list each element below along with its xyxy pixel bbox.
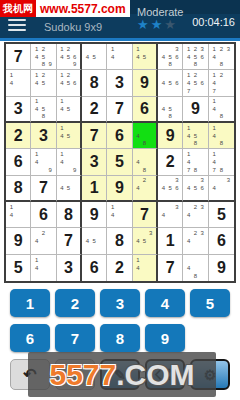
cell-r6c9[interactable]: 34 xyxy=(209,176,234,202)
cell-value: 7 xyxy=(140,207,149,223)
pencil-marks: 458 xyxy=(158,97,182,121)
cell-r6c7[interactable]: 3456 xyxy=(158,176,183,202)
cell-value: 7 xyxy=(115,101,124,117)
cell-value: 6 xyxy=(39,207,48,223)
numpad-button-9[interactable]: 9 xyxy=(145,324,185,352)
cell-r8c3[interactable]: 7 xyxy=(57,228,82,254)
cell-value: 2 xyxy=(166,154,175,170)
star-icon: ★ xyxy=(164,17,178,32)
cell-value: 9 xyxy=(115,180,124,196)
cell-r6c1[interactable]: 8 xyxy=(6,176,31,202)
cell-r7c3[interactable]: 8 xyxy=(57,202,82,228)
cell-value: 2 xyxy=(115,260,124,276)
pencil-marks: 3456 xyxy=(183,176,207,200)
sudoku-board: 7124589124569451414534568123456812348141… xyxy=(4,42,236,283)
cell-value: 9 xyxy=(90,207,99,223)
numpad-button-3[interactable]: 3 xyxy=(100,289,140,317)
pencil-marks: 234 xyxy=(183,202,207,227)
cell-r4c5[interactable]: 6 xyxy=(107,123,132,149)
pencil-marks: 1234568 xyxy=(183,44,207,69)
cell-value: 7 xyxy=(90,128,99,144)
cell-r1c4[interactable]: 45 xyxy=(82,44,107,70)
cell-value: 9 xyxy=(191,101,200,117)
cell-r8c8[interactable]: 234 xyxy=(183,228,208,254)
pencil-marks: 45 xyxy=(57,176,80,200)
cell-r8c2[interactable]: 24 xyxy=(31,228,56,254)
cell-value: 6 xyxy=(14,154,23,170)
watermark-url: www.5577.com xyxy=(36,0,130,17)
cell-r3c9[interactable]: 148 xyxy=(209,97,234,123)
pencil-marks: 48 xyxy=(183,255,207,281)
cell-r6c4[interactable]: 1 xyxy=(82,176,107,202)
cell-r5c9[interactable]: 1478 xyxy=(209,149,234,175)
cell-value: 8 xyxy=(90,75,99,91)
numpad-row-2: 6789 xyxy=(0,324,240,352)
cell-r3c5[interactable]: 7 xyxy=(107,97,132,123)
cell-value: 7 xyxy=(64,233,73,249)
cell-r9c5[interactable]: 2 xyxy=(107,255,132,281)
cell-r4c7[interactable]: 9 xyxy=(158,123,183,149)
numpad-row-1: 12345 xyxy=(0,289,240,317)
pencil-marks: 34568 xyxy=(158,44,182,69)
pencil-marks: 149 xyxy=(57,149,80,174)
cell-r1c2[interactable]: 124589 xyxy=(31,44,56,70)
numpad-button-2[interactable]: 2 xyxy=(55,289,95,317)
cell-r9c9[interactable]: 9 xyxy=(209,255,234,281)
pencil-marks: 48 xyxy=(133,123,156,148)
pencil-marks: 124569 xyxy=(57,44,80,69)
cell-value: 3 xyxy=(90,154,99,170)
cell-r3c1[interactable]: 3 xyxy=(6,97,31,123)
pencil-marks: 145 xyxy=(57,123,80,148)
cell-value: 1 xyxy=(90,180,99,196)
cell-r9c1[interactable]: 5 xyxy=(6,255,31,281)
star-icon: ★ xyxy=(137,17,151,32)
pencil-marks: 24 xyxy=(133,176,156,200)
pencil-marks: 1478 xyxy=(209,149,234,174)
cell-value: 6 xyxy=(90,260,99,276)
cell-r7c8[interactable]: 234 xyxy=(183,202,208,228)
cell-r5c7[interactable]: 2 xyxy=(158,149,183,175)
numpad-button-6[interactable]: 6 xyxy=(10,324,50,352)
pencil-marks: 148 xyxy=(209,97,234,121)
cell-r9c8[interactable]: 48 xyxy=(183,255,208,281)
cell-r2c2[interactable]: 1245 xyxy=(31,70,56,96)
cell-r5c2[interactable]: 149 xyxy=(31,149,56,175)
watermark-top: 我机网 www.5577.com xyxy=(0,0,130,17)
cell-r8c7[interactable]: 1 xyxy=(158,228,183,254)
cell-value: 6 xyxy=(115,128,124,144)
pencil-marks: 24 xyxy=(31,228,55,253)
cell-value: 9 xyxy=(140,75,149,91)
cell-r1c1[interactable]: 7 xyxy=(6,44,31,70)
cell-r1c7[interactable]: 34568 xyxy=(158,44,183,70)
numpad-button-4[interactable]: 4 xyxy=(145,289,185,317)
pencil-marks: 14 xyxy=(107,44,131,69)
pencil-marks: 14 xyxy=(107,202,131,227)
cell-value: 6 xyxy=(217,233,226,249)
cell-r3c4[interactable]: 2 xyxy=(82,97,107,123)
cell-r2c5[interactable]: 3 xyxy=(107,70,132,96)
accent-line xyxy=(0,38,240,41)
cell-value: 9 xyxy=(217,260,226,276)
watermark-bottom: 5577.COM xyxy=(28,352,216,397)
pencil-marks: 45 xyxy=(82,44,106,69)
numpad-button-5[interactable]: 5 xyxy=(190,289,230,317)
cell-r1c5[interactable]: 14 xyxy=(107,44,132,70)
cell-value: 9 xyxy=(14,233,23,249)
watermark-bottom-right: .COM xyxy=(116,358,194,392)
pencil-marks: 145 xyxy=(57,97,80,121)
cell-r8c1[interactable]: 9 xyxy=(6,228,31,254)
cell-value: 5 xyxy=(14,260,23,276)
cell-value: 7 xyxy=(39,180,48,196)
pencil-marks: 1458 xyxy=(31,97,55,121)
pencil-marks: 12456 xyxy=(57,70,80,95)
cell-value: 3 xyxy=(64,260,73,276)
watermark-badge: 我机网 xyxy=(0,0,36,17)
pencil-marks: 45 xyxy=(82,228,106,253)
numpad-button-1[interactable]: 1 xyxy=(10,289,50,317)
cell-r2c1[interactable]: 14 xyxy=(6,70,31,96)
cell-value: 7 xyxy=(14,49,23,65)
cell-value: 1 xyxy=(166,233,175,249)
cell-r1c8[interactable]: 1234568 xyxy=(183,44,208,70)
cell-r9c7[interactable]: 7 xyxy=(158,255,183,281)
cell-r6c6[interactable]: 24 xyxy=(133,176,158,202)
pencil-marks: 3456 xyxy=(158,176,182,200)
cell-r3c8[interactable]: 9 xyxy=(183,97,208,123)
pencil-marks: 34 xyxy=(158,202,182,227)
game-timer: 00:04:16 xyxy=(192,16,235,28)
cell-r1c9[interactable]: 12348 xyxy=(209,44,234,70)
cell-r4c2[interactable]: 3 xyxy=(31,123,56,149)
cell-r3c3[interactable]: 145 xyxy=(57,97,82,123)
cell-r5c6[interactable]: 48 xyxy=(133,149,158,175)
pencil-marks: 1245 xyxy=(31,70,55,95)
pencil-marks: 124589 xyxy=(31,44,55,69)
pencil-marks: 1478 xyxy=(183,149,207,174)
cell-value: 7 xyxy=(166,260,175,276)
cell-r4c9[interactable]: 148 xyxy=(209,123,234,149)
pencil-marks: 456 xyxy=(158,70,182,95)
cell-r6c5[interactable]: 9 xyxy=(107,176,132,202)
cell-r9c2[interactable]: 14 xyxy=(31,255,56,281)
cell-r6c2[interactable]: 7 xyxy=(31,176,56,202)
pencil-marks: 48 xyxy=(133,149,156,174)
pencil-marks: 149 xyxy=(31,149,55,174)
pencil-marks: 14 xyxy=(133,255,156,281)
cell-r5c8[interactable]: 1478 xyxy=(183,149,208,175)
pencil-marks: 124567 xyxy=(183,70,207,95)
cell-r2c9[interactable]: 1247 xyxy=(209,70,234,96)
cell-r2c7[interactable]: 456 xyxy=(158,70,183,96)
cell-r7c1[interactable]: 14 xyxy=(6,202,31,228)
hamburger-menu-icon[interactable] xyxy=(8,19,26,31)
cell-r3c2[interactable]: 1458 xyxy=(31,97,56,123)
cell-value: 3 xyxy=(39,128,48,144)
pencil-marks: 345 xyxy=(133,228,156,253)
cell-r4c8[interactable]: 1458 xyxy=(183,123,208,149)
cell-r2c3[interactable]: 12456 xyxy=(57,70,82,96)
cell-r2c4[interactable]: 8 xyxy=(82,70,107,96)
cell-value: 8 xyxy=(14,180,23,196)
cell-r7c9[interactable]: 5 xyxy=(209,202,234,228)
cell-r2c6[interactable]: 9 xyxy=(133,70,158,96)
pencil-marks: 12348 xyxy=(209,44,234,69)
pencil-marks: 234 xyxy=(183,228,207,253)
pencil-marks: 1247 xyxy=(209,70,234,95)
cell-value: 3 xyxy=(115,75,124,91)
page-title: Sudoku 9x9 xyxy=(44,21,102,33)
numpad-button-8[interactable]: 8 xyxy=(100,324,140,352)
cell-r4c1[interactable]: 2 xyxy=(6,123,31,149)
cell-r4c6[interactable]: 48 xyxy=(133,123,158,149)
cell-r4c3[interactable]: 145 xyxy=(57,123,82,149)
cell-r9c4[interactable]: 6 xyxy=(82,255,107,281)
pencil-marks: 148 xyxy=(209,123,234,148)
cell-r5c3[interactable]: 149 xyxy=(57,149,82,175)
cell-r8c5[interactable]: 8 xyxy=(107,228,132,254)
star-icon: ★ xyxy=(151,17,165,32)
cell-r7c2[interactable]: 6 xyxy=(31,202,56,228)
cell-r3c6[interactable]: 6 xyxy=(133,97,158,123)
cell-r9c6[interactable]: 14 xyxy=(133,255,158,281)
numpad-button-7[interactable]: 7 xyxy=(55,324,95,352)
cell-r6c3[interactable]: 45 xyxy=(57,176,82,202)
cell-value: 6 xyxy=(140,101,149,117)
cell-value: 8 xyxy=(115,233,124,249)
watermark-bottom-left: 5577 xyxy=(49,358,116,392)
cell-value: 3 xyxy=(14,101,23,117)
pencil-marks: 14 xyxy=(6,202,30,227)
cell-value: 9 xyxy=(166,128,175,144)
cell-r5c1[interactable]: 6 xyxy=(6,149,31,175)
cell-r7c7[interactable]: 34 xyxy=(158,202,183,228)
cell-r5c4[interactable]: 3 xyxy=(82,149,107,175)
cell-r9c3[interactable]: 3 xyxy=(57,255,82,281)
pencil-marks: 14 xyxy=(31,255,55,281)
cell-r7c5[interactable]: 14 xyxy=(107,202,132,228)
pencil-marks: 1458 xyxy=(183,123,207,148)
cell-r4c4[interactable]: 7 xyxy=(82,123,107,149)
cell-r5c5[interactable]: 5 xyxy=(107,149,132,175)
cell-value: 5 xyxy=(115,154,124,170)
pencil-marks: 14 xyxy=(6,70,30,95)
difficulty-stars: ★★★ xyxy=(137,17,178,32)
cell-value: 2 xyxy=(90,101,99,117)
cell-r1c3[interactable]: 124569 xyxy=(57,44,82,70)
cell-value: 2 xyxy=(14,128,23,144)
cell-r2c8[interactable]: 124567 xyxy=(183,70,208,96)
cell-r8c6[interactable]: 345 xyxy=(133,228,158,254)
cell-r3c7[interactable]: 458 xyxy=(158,97,183,123)
cell-value: 5 xyxy=(217,207,226,223)
cell-r7c6[interactable]: 7 xyxy=(133,202,158,228)
cell-value: 8 xyxy=(64,207,73,223)
cell-r7c4[interactable]: 9 xyxy=(82,202,107,228)
cell-r6c8[interactable]: 3456 xyxy=(183,176,208,202)
cell-r1c6[interactable]: 145 xyxy=(133,44,158,70)
cell-r8c4[interactable]: 45 xyxy=(82,228,107,254)
pencil-marks: 145 xyxy=(133,44,156,69)
cell-r8c9[interactable]: 6 xyxy=(209,228,234,254)
pencil-marks: 34 xyxy=(209,176,234,200)
